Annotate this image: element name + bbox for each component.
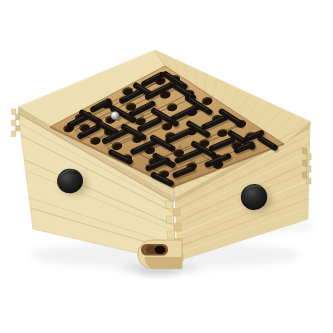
- finger-joint-tooth: [307, 154, 312, 160]
- ball-highlight: [113, 113, 115, 115]
- finger-joint-tooth: [12, 109, 17, 115]
- finger-joint-tooth: [167, 216, 174, 224]
- ball-exit-hole: [155, 246, 166, 254]
- finger-joint-tooth: [303, 148, 308, 154]
- finger-joint-tooth: [16, 115, 21, 121]
- hole-number: 45: [178, 145, 182, 149]
- tray-side: [144, 257, 182, 269]
- product-photo: 15382024352845525760: [0, 0, 333, 333]
- finger-joint-tooth: [303, 160, 308, 166]
- finger-joint-tooth: [307, 166, 312, 172]
- finger-joint-tooth: [12, 120, 17, 126]
- finger-joint-tooth: [16, 126, 21, 132]
- finger-joint-tooth: [307, 178, 312, 184]
- finger-joint-tooth: [174, 224, 181, 232]
- steel-ball[interactable]: [111, 111, 119, 119]
- labyrinth-game: 15382024352845525760: [0, 0, 333, 333]
- finger-joint-tooth: [303, 172, 308, 178]
- finger-joint-tooth: [168, 231, 175, 239]
- finger-joint-tooth: [166, 201, 173, 209]
- ball-return-tray: [135, 240, 182, 275]
- finger-joint-tooth: [173, 209, 180, 217]
- finger-joint-tooth: [12, 131, 17, 137]
